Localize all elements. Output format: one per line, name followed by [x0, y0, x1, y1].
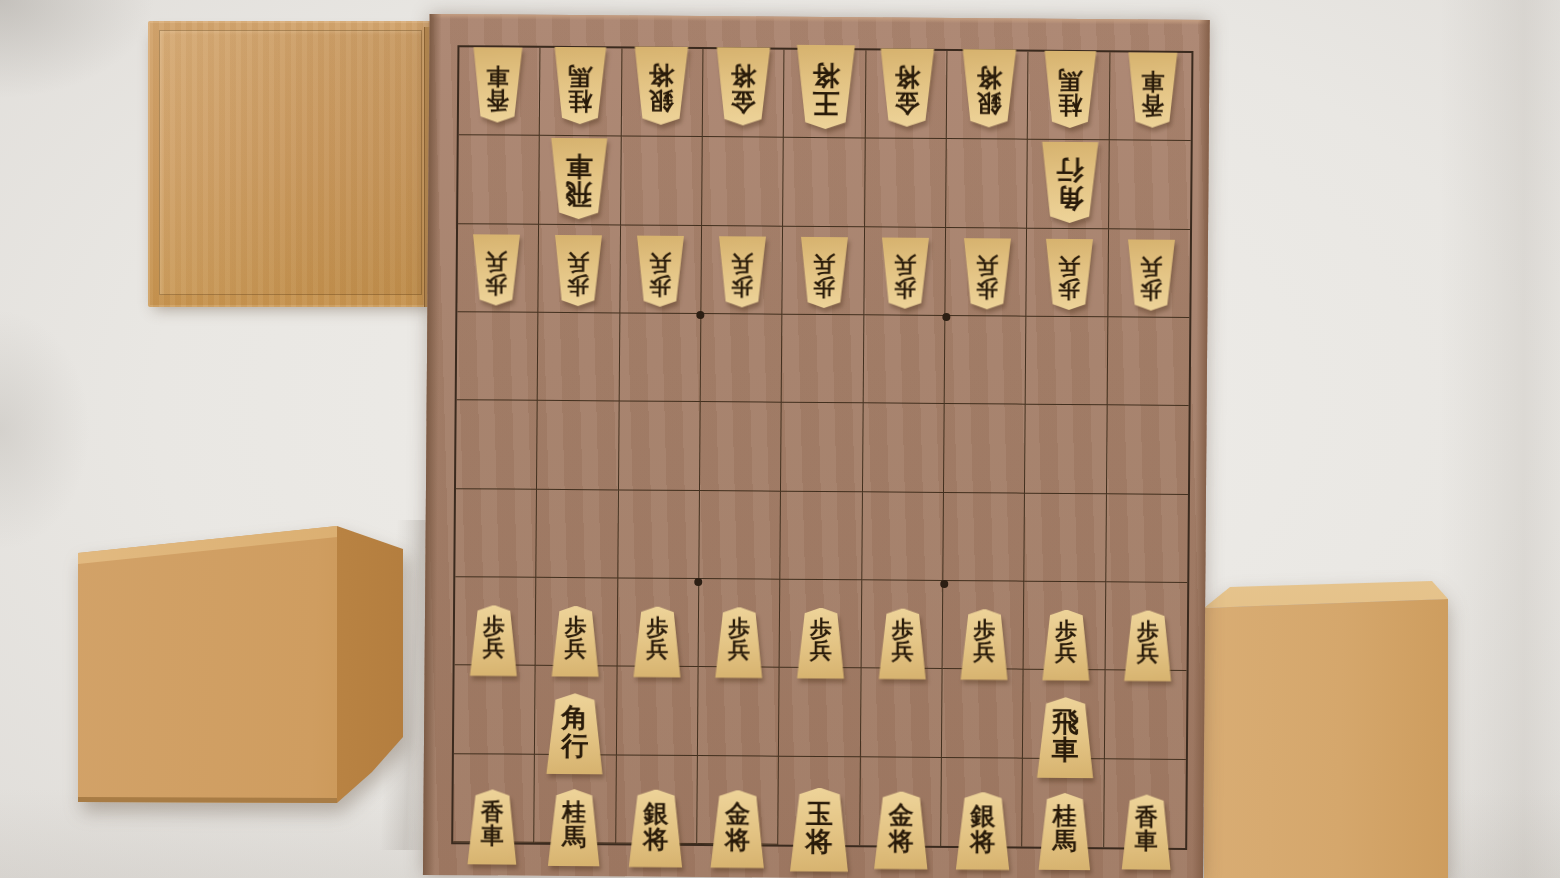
piece-kanji: 桂 — [568, 88, 592, 113]
piece-kanji: 将 — [731, 63, 756, 89]
piece-sente-pawn[interactable]: 歩兵 — [1040, 609, 1092, 680]
piece-face: 歩兵 — [795, 607, 847, 678]
piece-kanji: 香 — [1141, 93, 1164, 117]
piece-face: 桂馬 — [546, 789, 603, 866]
piece-kanji: 将 — [888, 828, 913, 854]
piece-kanji: 馬 — [562, 825, 586, 850]
piece-kanji: 歩 — [483, 615, 505, 638]
piece-gote-silver[interactable]: 銀将 — [959, 49, 1018, 127]
piece-face: 歩兵 — [1125, 240, 1177, 311]
piece-face: 玉将 — [787, 787, 851, 871]
piece-face: 歩兵 — [468, 605, 520, 676]
piece-kanji: 金 — [725, 801, 750, 827]
piece-kanji: 兵 — [483, 638, 505, 661]
piece-kanji: 飛 — [1052, 708, 1079, 736]
piece-kanji: 歩 — [894, 276, 916, 299]
piece-kanji: 馬 — [568, 63, 592, 88]
piece-sente-knight[interactable]: 桂馬 — [1036, 793, 1093, 870]
piece-face: 歩兵 — [553, 235, 605, 306]
piece-kanji: 歩 — [728, 617, 750, 640]
piece-kanji: 歩 — [1140, 278, 1162, 301]
piece-kanji: 兵 — [1055, 642, 1077, 665]
piece-kanji: 兵 — [486, 250, 508, 273]
piece-kanji: 香 — [1135, 806, 1158, 830]
piece-sente-pawn[interactable]: 歩兵 — [795, 607, 847, 678]
piece-face: 王将 — [793, 45, 857, 129]
piece-box-bottom-right — [1196, 574, 1458, 878]
piece-kanji: 車 — [566, 152, 593, 180]
piece-kanji: 兵 — [728, 640, 750, 663]
piece-face: 香車 — [465, 789, 519, 864]
piece-sente-pawn[interactable]: 歩兵 — [631, 606, 683, 677]
piece-kanji: 金 — [894, 90, 919, 116]
piece-kanji: 兵 — [567, 251, 589, 274]
piece-gote-knight[interactable]: 桂馬 — [552, 47, 609, 124]
piece-kanji: 王 — [811, 89, 838, 117]
piece-sente-lance[interactable]: 香車 — [465, 789, 519, 864]
piece-kanji: 歩 — [1137, 620, 1159, 643]
piece-kanji: 歩 — [649, 274, 671, 297]
piece-kanji: 兵 — [1140, 255, 1162, 278]
piece-gote-pawn[interactable]: 歩兵 — [961, 239, 1013, 310]
piece-box-bottom-left — [70, 510, 415, 822]
piece-face: 歩兵 — [471, 235, 523, 306]
piece-sente-rook[interactable]: 飛車 — [1035, 697, 1097, 778]
piece-sente-pawn[interactable]: 歩兵 — [713, 607, 765, 678]
piece-face: 桂馬 — [1036, 793, 1093, 870]
piece-gote-pawn[interactable]: 歩兵 — [1125, 240, 1177, 311]
piece-sente-pawn[interactable]: 歩兵 — [468, 605, 520, 676]
piece-sente-knight[interactable]: 桂馬 — [546, 789, 603, 866]
piece-face: 歩兵 — [634, 236, 686, 307]
piece-kanji: 車 — [1135, 830, 1158, 854]
piece-sente-pawn[interactable]: 歩兵 — [550, 605, 602, 676]
piece-face: 香車 — [471, 47, 525, 122]
piece-face: 歩兵 — [550, 605, 602, 676]
piece-kanji: 桂 — [1053, 804, 1077, 829]
piece-face: 飛車 — [548, 138, 610, 219]
piece-kanji: 玉 — [806, 800, 833, 828]
piece-face: 角行 — [1039, 141, 1101, 222]
piece-kanji: 将 — [970, 829, 995, 855]
piece-kanji: 将 — [894, 64, 919, 90]
piece-face: 金将 — [714, 48, 773, 126]
piece-kanji: 兵 — [1137, 643, 1159, 666]
piece-face: 桂馬 — [1042, 51, 1099, 128]
piece-kanji: 歩 — [564, 616, 586, 639]
piece-face: 歩兵 — [1043, 239, 1095, 310]
piece-gote-pawn[interactable]: 歩兵 — [553, 235, 605, 306]
piece-face: 角行 — [544, 693, 606, 774]
piece-face: 歩兵 — [1122, 610, 1174, 681]
piece-face: 香車 — [1125, 52, 1179, 127]
piece-gote-king[interactable]: 王将 — [793, 45, 857, 129]
piece-kanji: 銀 — [976, 91, 1001, 117]
piece-sente-lance[interactable]: 香車 — [1120, 795, 1174, 870]
piece-sente-pawn[interactable]: 歩兵 — [1122, 610, 1174, 681]
piece-kanji: 兵 — [973, 642, 995, 665]
piece-face: 銀将 — [959, 49, 1018, 127]
shogi-board: 香車桂馬銀将金将王将金将銀将桂馬香車飛車角行歩兵歩兵歩兵歩兵歩兵歩兵歩兵歩兵歩兵… — [423, 14, 1210, 878]
piece-kanji: 銀 — [649, 88, 674, 114]
piece-kanji: 歩 — [1055, 619, 1077, 642]
piece-kanji: 歩 — [892, 618, 914, 641]
piece-kanji: 将 — [643, 826, 668, 852]
piece-kanji: 将 — [806, 828, 833, 856]
piece-kanji: 飛 — [565, 180, 592, 208]
piece-face: 歩兵 — [713, 607, 765, 678]
piece-kanji: 歩 — [810, 617, 832, 640]
piece-gote-silver[interactable]: 銀将 — [632, 47, 691, 125]
piece-sente-pawn[interactable]: 歩兵 — [959, 609, 1011, 680]
piece-kanji: 車 — [1052, 736, 1079, 764]
piece-kanji: 兵 — [1058, 255, 1080, 278]
box-front-face — [1196, 574, 1458, 878]
piece-face: 金将 — [708, 790, 767, 868]
piece-sente-silver[interactable]: 銀将 — [626, 789, 685, 867]
piece-kanji: 歩 — [646, 616, 668, 639]
piece-face: 歩兵 — [1040, 609, 1092, 680]
piece-gote-pawn[interactable]: 歩兵 — [1043, 239, 1095, 310]
piece-kanji: 兵 — [810, 640, 832, 663]
piece-gote-knight[interactable]: 桂馬 — [1042, 51, 1099, 128]
pieces-layer: 香車桂馬銀将金将王将金将銀将桂馬香車飛車角行歩兵歩兵歩兵歩兵歩兵歩兵歩兵歩兵歩兵… — [423, 14, 1210, 878]
piece-gote-pawn[interactable]: 歩兵 — [471, 235, 523, 306]
box-lid-panel — [159, 30, 422, 295]
piece-kanji: 歩 — [812, 276, 834, 299]
piece-sente-gold[interactable]: 金将 — [872, 791, 931, 869]
piece-kanji: 歩 — [567, 274, 589, 297]
piece-kanji: 将 — [649, 62, 674, 88]
piece-gote-pawn[interactable]: 歩兵 — [634, 236, 686, 307]
piece-kanji: 兵 — [646, 639, 668, 662]
piece-kanji: 将 — [812, 61, 839, 89]
piece-kanji: 行 — [561, 732, 588, 760]
piece-kanji: 金 — [889, 802, 914, 828]
piece-kanji: 車 — [1141, 69, 1164, 93]
piece-kanji: 歩 — [1058, 277, 1080, 300]
piece-kanji: 桂 — [1058, 92, 1082, 117]
piece-face: 飛車 — [1035, 697, 1097, 778]
piece-face: 歩兵 — [798, 237, 850, 308]
piece-face: 金将 — [878, 49, 937, 127]
piece-kanji: 車 — [487, 63, 510, 87]
piece-gote-gold[interactable]: 金将 — [878, 49, 937, 127]
piece-sente-silver[interactable]: 銀将 — [954, 792, 1013, 870]
piece-gote-rook[interactable]: 飛車 — [548, 138, 610, 219]
cloth-fold-right — [1440, 0, 1560, 878]
piece-kanji: 歩 — [731, 275, 753, 298]
piece-face: 歩兵 — [716, 237, 768, 308]
piece-face: 桂馬 — [552, 47, 609, 124]
piece-box-lid-top-left — [148, 21, 438, 307]
piece-kanji: 桂 — [562, 800, 586, 825]
piece-gote-gold[interactable]: 金将 — [714, 48, 773, 126]
piece-gote-pawn[interactable]: 歩兵 — [880, 238, 932, 309]
piece-kanji: 銀 — [643, 800, 668, 826]
piece-kanji: 兵 — [813, 253, 835, 276]
piece-gote-bishop[interactable]: 角行 — [1039, 141, 1101, 222]
piece-sente-pawn[interactable]: 歩兵 — [877, 608, 929, 679]
piece-face: 銀将 — [632, 47, 691, 125]
piece-kanji: 兵 — [649, 251, 671, 274]
piece-face: 歩兵 — [631, 606, 683, 677]
piece-kanji: 将 — [725, 827, 750, 853]
piece-face: 歩兵 — [961, 239, 1013, 310]
piece-face: 香車 — [1120, 795, 1174, 870]
piece-face: 歩兵 — [959, 609, 1011, 680]
piece-kanji: 馬 — [1058, 67, 1082, 92]
piece-kanji: 馬 — [1052, 829, 1076, 854]
piece-face: 歩兵 — [880, 238, 932, 309]
piece-kanji: 香 — [481, 800, 504, 824]
piece-gote-pawn[interactable]: 歩兵 — [798, 237, 850, 308]
piece-gote-pawn[interactable]: 歩兵 — [716, 237, 768, 308]
piece-kanji: 車 — [481, 824, 504, 848]
piece-kanji: 香 — [486, 87, 509, 111]
piece-sente-bishop[interactable]: 角行 — [544, 693, 606, 774]
piece-kanji: 行 — [1056, 155, 1083, 183]
piece-kanji: 歩 — [485, 273, 507, 296]
piece-kanji: 将 — [976, 65, 1001, 91]
piece-sente-gold[interactable]: 金将 — [708, 790, 767, 868]
piece-kanji: 歩 — [976, 277, 998, 300]
piece-gote-lance[interactable]: 香車 — [1125, 52, 1179, 127]
piece-face: 金将 — [872, 791, 931, 869]
piece-gote-lance[interactable]: 香車 — [471, 47, 525, 122]
piece-kanji: 角 — [561, 704, 588, 732]
piece-face: 銀将 — [626, 789, 685, 867]
piece-kanji: 兵 — [731, 252, 753, 275]
piece-kanji: 角 — [1056, 183, 1083, 211]
piece-kanji: 兵 — [894, 253, 916, 276]
piece-kanji: 金 — [731, 89, 756, 115]
piece-face: 歩兵 — [877, 608, 929, 679]
piece-kanji: 兵 — [564, 638, 586, 661]
piece-kanji: 歩 — [973, 619, 995, 642]
piece-kanji: 兵 — [891, 641, 913, 664]
piece-face: 銀将 — [954, 792, 1013, 870]
piece-kanji: 兵 — [976, 254, 998, 277]
piece-sente-king[interactable]: 玉将 — [787, 787, 851, 871]
piece-kanji: 銀 — [970, 803, 995, 829]
